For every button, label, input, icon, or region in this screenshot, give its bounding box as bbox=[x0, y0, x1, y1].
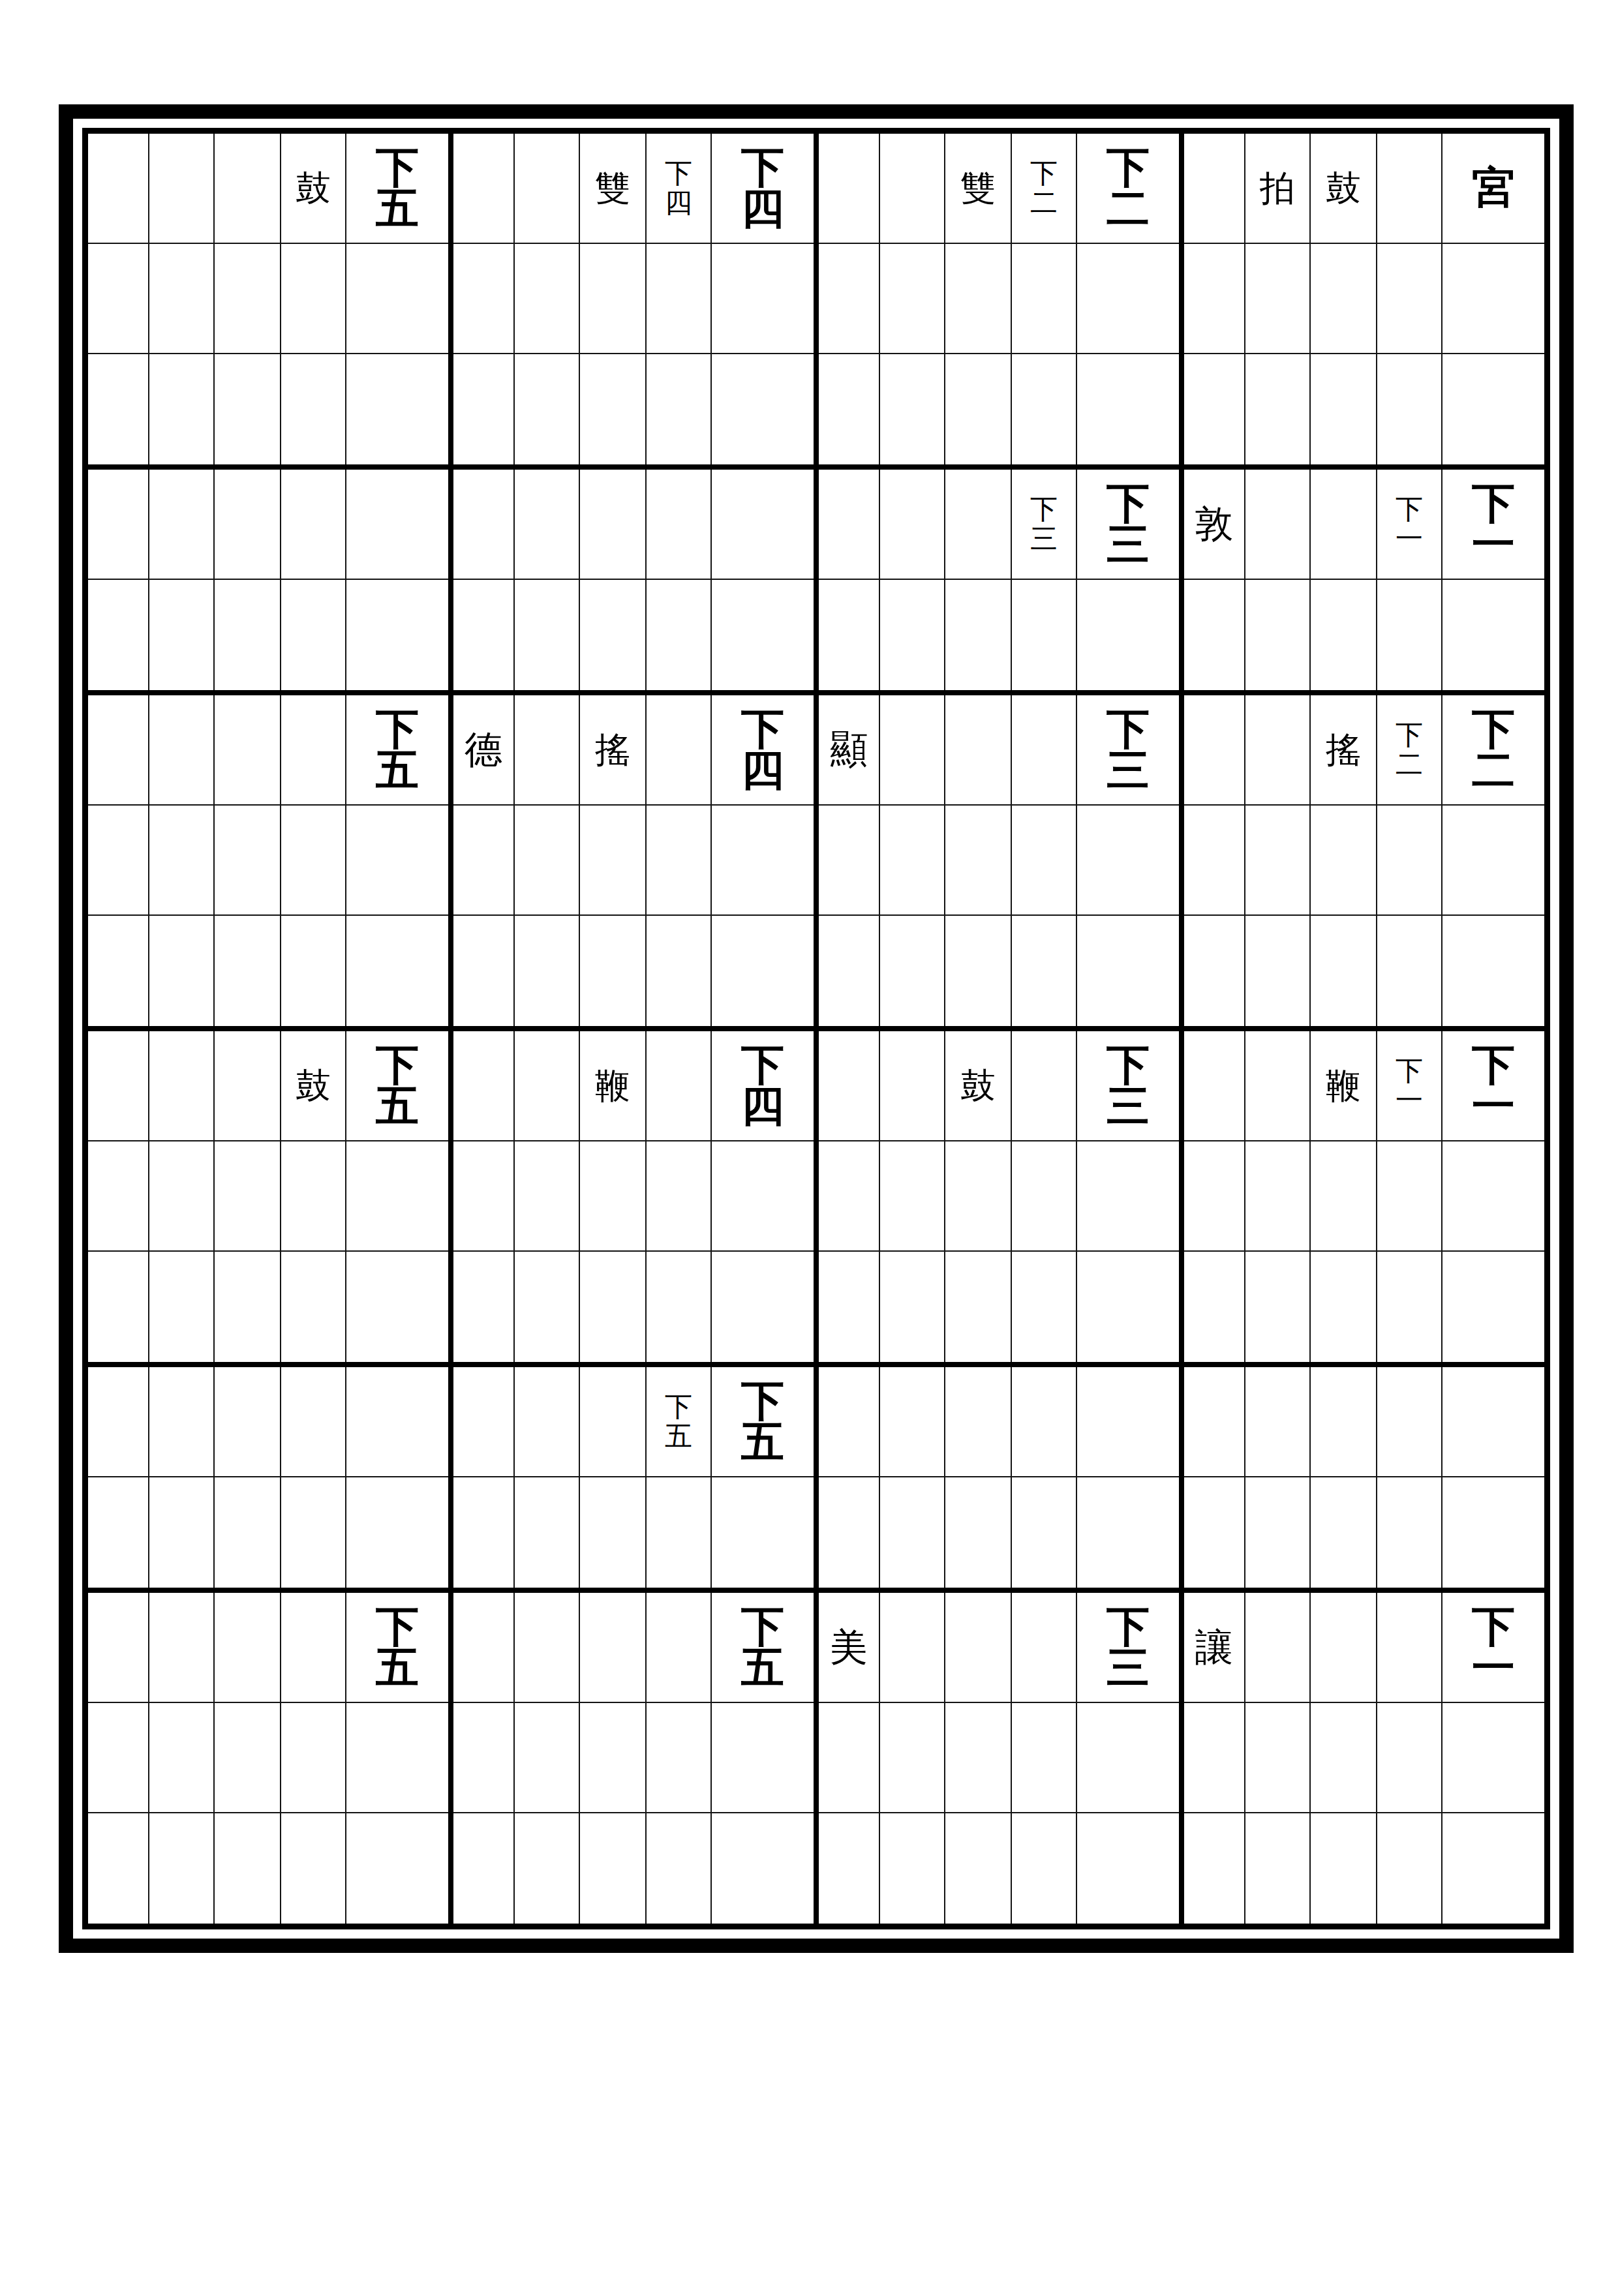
jeonggan-cell bbox=[1377, 916, 1442, 1026]
jeonggan-cell bbox=[1245, 1703, 1311, 1812]
jeonggan-cell bbox=[880, 244, 945, 353]
jeonggan-cell bbox=[281, 1593, 346, 1702]
jeonggan-cell bbox=[1012, 1367, 1077, 1476]
daegang-group-2: 敦下一下一 bbox=[1184, 464, 1544, 690]
lyric-char: 敦 bbox=[1195, 506, 1233, 543]
jeonggan-row-2 bbox=[819, 244, 1179, 354]
jeonggan-cell bbox=[1077, 1252, 1179, 1362]
jeonggan-cell bbox=[515, 470, 580, 579]
jeonggan-cell bbox=[1442, 1367, 1544, 1476]
jeonggan-row-4 bbox=[453, 470, 814, 580]
daegang-group-2 bbox=[88, 464, 448, 690]
daegang-group-3: 搖下二下二 bbox=[1184, 690, 1544, 1026]
jeonggan-row-16 bbox=[819, 1813, 1179, 1924]
jeonggan-cell bbox=[515, 354, 580, 464]
jeonggan-cell bbox=[281, 806, 346, 914]
jeonggan-cell bbox=[1311, 354, 1377, 464]
jeonggan-cell bbox=[1442, 916, 1544, 1026]
jeonggan-cell bbox=[945, 806, 1012, 914]
jeonggan-cell bbox=[1184, 1703, 1245, 1812]
jeonggan-cell bbox=[1245, 580, 1311, 690]
secondary-pitch-glyph: 下三 bbox=[1030, 495, 1058, 552]
main-pitch-glyph: 下五 bbox=[376, 147, 419, 229]
daegang-group-4: 鞭下四 bbox=[453, 1026, 814, 1362]
jeonggan-cell bbox=[88, 1593, 149, 1702]
jeonggan-cell: 下五 bbox=[346, 695, 448, 804]
daegang-group-3: 德搖下四 bbox=[453, 690, 814, 1026]
jeonggan-cell bbox=[88, 916, 149, 1026]
jeonggan-cell: 下五 bbox=[647, 1367, 712, 1476]
jeonggan-row-11 bbox=[819, 1252, 1179, 1362]
jeonggan-row-8 bbox=[453, 916, 814, 1026]
jeonggan-cell: 下一 bbox=[1442, 1593, 1544, 1702]
lyric-char: 美 bbox=[830, 1629, 868, 1667]
score-column-1: 鼓下五下五鼓下五下五 bbox=[88, 134, 448, 1924]
jeonggan-cell bbox=[149, 580, 215, 690]
jeonggan-cell bbox=[880, 470, 945, 579]
jeonggan-cell bbox=[281, 916, 346, 1026]
jeonggan-row-5 bbox=[453, 580, 814, 690]
jeonggan-cell bbox=[1311, 1703, 1377, 1812]
jeonggan-cell bbox=[880, 580, 945, 690]
jeonggan-row-5 bbox=[1184, 580, 1544, 690]
jeonggan-cell bbox=[453, 134, 515, 243]
jeonggan-cell bbox=[346, 470, 448, 579]
jeonggan-cell bbox=[647, 580, 712, 690]
jeonggan-cell bbox=[1311, 916, 1377, 1026]
jeonggan-cell bbox=[215, 695, 281, 804]
jeonggan-cell bbox=[1245, 470, 1311, 579]
jeonggan-cell bbox=[453, 916, 515, 1026]
jeonggan-cell bbox=[945, 1477, 1012, 1588]
jeonggan-cell bbox=[1245, 354, 1311, 464]
jeonggan-cell bbox=[88, 806, 149, 914]
jeonggan-cell bbox=[281, 244, 346, 353]
janggu-stroke-mark: 鼓 bbox=[1326, 171, 1361, 206]
jeonggan-row-6: 顯下三 bbox=[819, 695, 1179, 806]
jeonggan-cell bbox=[215, 1141, 281, 1250]
jeonggan-row-6: 搖下二下二 bbox=[1184, 695, 1544, 806]
secondary-pitch-glyph: 下一 bbox=[1396, 495, 1423, 552]
jeonggan-cell bbox=[1012, 916, 1077, 1026]
jeonggan-cell bbox=[819, 1252, 880, 1362]
jeonggan-cell bbox=[647, 916, 712, 1026]
jeonggan-cell bbox=[453, 470, 515, 579]
jeonggan-cell bbox=[819, 244, 880, 353]
jeonggan-cell bbox=[945, 580, 1012, 690]
jeonggan-cell bbox=[1311, 244, 1377, 353]
jeonggan-cell: 雙 bbox=[945, 134, 1012, 243]
jeonggan-cell bbox=[1311, 1813, 1377, 1924]
jeonggan-cell bbox=[346, 1477, 448, 1588]
jeonggan-cell bbox=[88, 695, 149, 804]
jeonggan-row-14: 下五 bbox=[453, 1593, 814, 1703]
jeonggan-row-7 bbox=[453, 806, 814, 916]
jeonggan-cell: 下五 bbox=[346, 134, 448, 243]
jeonggan-cell: 下三 bbox=[1077, 695, 1179, 804]
jeonggan-cell bbox=[453, 1031, 515, 1140]
jeonggan-cell bbox=[1012, 244, 1077, 353]
jeonggan-row-5 bbox=[88, 580, 448, 690]
jeonggan-cell bbox=[453, 806, 515, 914]
jeonggan-row-16 bbox=[88, 1813, 448, 1924]
jeonggan-cell bbox=[1077, 1703, 1179, 1812]
jeonggan-cell: 讓 bbox=[1184, 1593, 1245, 1702]
score-column-2: 雙下四下四德搖下四鞭下四下五下五下五 bbox=[448, 134, 814, 1924]
janggu-stroke-mark: 鼓 bbox=[296, 1068, 331, 1104]
jeonggan-cell bbox=[1184, 806, 1245, 914]
jeonggan-cell: 下四 bbox=[712, 134, 814, 243]
jeonggan-cell bbox=[945, 916, 1012, 1026]
jeonggan-cell bbox=[281, 470, 346, 579]
jeonggan-row-2 bbox=[453, 244, 814, 354]
jeonggan-cell bbox=[88, 1703, 149, 1812]
jeonggan-cell bbox=[880, 1031, 945, 1140]
jeonggan-row-12: 下五下五 bbox=[453, 1367, 814, 1477]
jeonggan-cell bbox=[346, 1141, 448, 1250]
jeonggan-cell bbox=[1311, 1593, 1377, 1702]
daegang-group-6: 讓下一 bbox=[1184, 1588, 1544, 1924]
jeonggan-cell bbox=[712, 1141, 814, 1250]
jeonggan-cell bbox=[281, 1477, 346, 1588]
jeonggan-cell bbox=[580, 1813, 647, 1924]
jeonggan-cell bbox=[88, 134, 149, 243]
score-page: 鼓下五下五鼓下五下五雙下四下四德搖下四鞭下四下五下五下五雙下二下二下三下三顯下三… bbox=[0, 0, 1618, 2296]
jeonggan-cell bbox=[1311, 580, 1377, 690]
main-pitch-glyph: 下四 bbox=[741, 1045, 784, 1126]
jeonggan-cell bbox=[1311, 1141, 1377, 1250]
jeonggan-cell bbox=[819, 1031, 880, 1140]
jeonggan-cell bbox=[945, 695, 1012, 804]
jeonggan-cell: 下一 bbox=[1377, 1031, 1442, 1140]
jeonggan-cell: 下二 bbox=[1012, 134, 1077, 243]
jeonggan-cell: 下一 bbox=[1442, 1031, 1544, 1140]
jeonggan-cell: 下五 bbox=[712, 1593, 814, 1702]
jeonggan-cell: 下三 bbox=[1012, 470, 1077, 579]
jeonggan-cell bbox=[1245, 1141, 1311, 1250]
jeonggan-cell bbox=[1377, 244, 1442, 353]
jeonggan-cell bbox=[712, 354, 814, 464]
daegang-group-2 bbox=[453, 464, 814, 690]
jeonggan-cell bbox=[819, 354, 880, 464]
jeonggan-cell bbox=[1245, 1813, 1311, 1924]
jeonggan-cell bbox=[281, 1252, 346, 1362]
jeonggan-row-14: 下五 bbox=[88, 1593, 448, 1703]
jeonggan-cell bbox=[1077, 1367, 1179, 1476]
jeonggan-cell bbox=[1245, 1367, 1311, 1476]
jeonggan-cell bbox=[819, 1813, 880, 1924]
main-pitch-glyph: 下二 bbox=[1107, 147, 1150, 229]
jeonggan-cell bbox=[88, 1141, 149, 1250]
jeonggan-cell: 美 bbox=[819, 1593, 880, 1702]
jeonggan-cell bbox=[1077, 806, 1179, 914]
jeonggan-row-9: 鞭下一下一 bbox=[1184, 1031, 1544, 1141]
jeonggan-row-2 bbox=[1184, 244, 1544, 354]
jeonggan-cell bbox=[1184, 1477, 1245, 1588]
jeonggan-cell bbox=[819, 1367, 880, 1476]
jeonggan-cell bbox=[880, 1477, 945, 1588]
jeonggan-cell bbox=[819, 580, 880, 690]
jeonggan-cell bbox=[1442, 1141, 1544, 1250]
daegang-group-4: 鼓下五 bbox=[88, 1026, 448, 1362]
jeonggan-cell bbox=[1245, 244, 1311, 353]
secondary-pitch-glyph: 下四 bbox=[665, 159, 692, 217]
jeonggan-cell bbox=[712, 1252, 814, 1362]
jeonggan-cell bbox=[1012, 1813, 1077, 1924]
jeonggan-cell bbox=[346, 244, 448, 353]
jeonggan-cell bbox=[580, 1477, 647, 1588]
jeonggan-cell bbox=[149, 1252, 215, 1362]
jeonggan-cell bbox=[1184, 695, 1245, 804]
jeonggan-cell: 搖 bbox=[1311, 695, 1377, 804]
daegang-group-5 bbox=[819, 1362, 1179, 1588]
jeonggan-row-9: 鞭下四 bbox=[453, 1031, 814, 1141]
jeonggan-cell bbox=[149, 695, 215, 804]
daegang-group-4: 鼓下三 bbox=[819, 1026, 1179, 1362]
jeonggan-cell bbox=[945, 1813, 1012, 1924]
jeonggan-cell bbox=[346, 354, 448, 464]
main-pitch-glyph: 下三 bbox=[1107, 1045, 1150, 1126]
jeonggan-cell bbox=[515, 134, 580, 243]
jeonggan-cell bbox=[1311, 806, 1377, 914]
jeonggan-cell bbox=[346, 1703, 448, 1812]
jeonggan-cell bbox=[88, 580, 149, 690]
jeonggan-cell bbox=[1184, 354, 1245, 464]
jeonggan-cell bbox=[515, 695, 580, 804]
jeonggan-cell: 鼓 bbox=[281, 134, 346, 243]
daegang-group-2: 下三下三 bbox=[819, 464, 1179, 690]
jeonggan-cell bbox=[819, 1141, 880, 1250]
jeonggan-cell bbox=[580, 1367, 647, 1476]
jeonggan-cell bbox=[1077, 580, 1179, 690]
jeonggan-cell bbox=[149, 1477, 215, 1588]
jeonggan-cell bbox=[647, 470, 712, 579]
jeonggan-cell bbox=[880, 806, 945, 914]
jeonggan-cell bbox=[1077, 1141, 1179, 1250]
jeonggan-cell bbox=[647, 1252, 712, 1362]
jeonggan-cell bbox=[1377, 806, 1442, 914]
jeonggan-cell bbox=[1311, 1477, 1377, 1588]
jeonggan-cell: 敦 bbox=[1184, 470, 1245, 579]
jeonggan-row-10 bbox=[453, 1141, 814, 1252]
jeonggan-row-15 bbox=[819, 1703, 1179, 1813]
jeonggan-cell bbox=[215, 1252, 281, 1362]
jeonggan-row-12 bbox=[88, 1367, 448, 1477]
lyric-char: 讓 bbox=[1195, 1629, 1233, 1667]
jeonggan-row-13 bbox=[453, 1477, 814, 1588]
jeonggan-cell bbox=[149, 470, 215, 579]
jeonggan-cell bbox=[149, 1813, 215, 1924]
jeonggan-cell bbox=[880, 354, 945, 464]
jeonggan-row-3 bbox=[88, 354, 448, 464]
jeonggan-cell bbox=[281, 580, 346, 690]
jeonggan-cell bbox=[580, 1252, 647, 1362]
jeonggan-cell bbox=[945, 1141, 1012, 1250]
jeonggan-cell: 下五 bbox=[712, 1367, 814, 1476]
jeonggan-row-16 bbox=[1184, 1813, 1544, 1924]
jeonggan-cell bbox=[1377, 134, 1442, 243]
jeonggan-cell bbox=[945, 1593, 1012, 1702]
jeonggan-row-2 bbox=[88, 244, 448, 354]
jeonggan-row-7 bbox=[819, 806, 1179, 916]
jeonggan-cell bbox=[580, 470, 647, 579]
jeonggan-cell bbox=[346, 916, 448, 1026]
jeonggan-cell bbox=[880, 134, 945, 243]
janggu-stroke-mark: 鼓 bbox=[296, 171, 331, 206]
main-pitch-glyph: 下五 bbox=[741, 1381, 784, 1462]
jeonggan-cell bbox=[1377, 1141, 1442, 1250]
jeonggan-cell bbox=[1184, 580, 1245, 690]
jeonggan-row-6: 下五 bbox=[88, 695, 448, 806]
jeonggan-cell: 拍 bbox=[1245, 134, 1311, 243]
jeonggan-cell bbox=[281, 1141, 346, 1250]
jeonggan-cell bbox=[88, 470, 149, 579]
daegang-group-4: 鞭下一下一 bbox=[1184, 1026, 1544, 1362]
jeonggan-row-10 bbox=[819, 1141, 1179, 1252]
jeonggan-row-11 bbox=[453, 1252, 814, 1362]
jeonggan-row-12 bbox=[1184, 1367, 1544, 1477]
jeonggan-row-8 bbox=[1184, 916, 1544, 1026]
jeonggan-cell bbox=[1184, 1031, 1245, 1140]
jeonggan-row-8 bbox=[819, 916, 1179, 1026]
jeonggan-cell bbox=[88, 1252, 149, 1362]
main-pitch-glyph: 下一 bbox=[1472, 483, 1515, 565]
jeonggan-cell bbox=[1077, 916, 1179, 1026]
jeonggan-cell bbox=[1377, 1477, 1442, 1588]
jeonggan-cell bbox=[880, 1593, 945, 1702]
jeonggan-cell bbox=[1012, 1141, 1077, 1250]
jeonggan-cell bbox=[215, 354, 281, 464]
jeonggan-cell bbox=[819, 916, 880, 1026]
jeonggan-row-15 bbox=[453, 1703, 814, 1813]
secondary-pitch-glyph: 下二 bbox=[1396, 721, 1423, 778]
jeonggan-cell bbox=[1442, 1252, 1544, 1362]
jeonggan-row-4: 下三下三 bbox=[819, 470, 1179, 580]
jeonggan-cell bbox=[149, 806, 215, 914]
jeonggan-cell bbox=[215, 1477, 281, 1588]
main-pitch-glyph: 下二 bbox=[1472, 709, 1515, 791]
jeonggan-cell bbox=[346, 1252, 448, 1362]
jeonggan-cell bbox=[880, 1703, 945, 1812]
jeonggan-cell bbox=[712, 1703, 814, 1812]
jeonggan-cell bbox=[880, 695, 945, 804]
jeonggan-row-11 bbox=[88, 1252, 448, 1362]
jeonggan-cell bbox=[1245, 1252, 1311, 1362]
jeonggan-cell bbox=[1184, 134, 1245, 243]
jeonggan-cell bbox=[880, 1367, 945, 1476]
jeonggan-cell bbox=[515, 806, 580, 914]
jeonggan-cell bbox=[453, 1252, 515, 1362]
daegang-group-1: 鼓下五 bbox=[88, 134, 448, 464]
jeonggan-cell bbox=[712, 1813, 814, 1924]
jeongganbo-board: 鼓下五下五鼓下五下五雙下四下四德搖下四鞭下四下五下五下五雙下二下二下三下三顯下三… bbox=[82, 128, 1550, 1929]
jeonggan-cell bbox=[1442, 354, 1544, 464]
jeonggan-cell bbox=[453, 354, 515, 464]
jeonggan-cell bbox=[346, 1813, 448, 1924]
jeonggan-cell bbox=[1442, 244, 1544, 353]
janggu-stroke-mark: 鞭 bbox=[595, 1068, 630, 1104]
jeonggan-cell bbox=[149, 354, 215, 464]
main-pitch-glyph: 下四 bbox=[741, 147, 784, 229]
daegang-group-5: 下五下五 bbox=[453, 1362, 814, 1588]
jeonggan-cell bbox=[647, 1477, 712, 1588]
jeonggan-cell: 雙 bbox=[580, 134, 647, 243]
jeonggan-cell bbox=[515, 244, 580, 353]
janggu-stroke-mark: 雙 bbox=[960, 171, 996, 206]
jeonggan-cell bbox=[647, 1593, 712, 1702]
jeonggan-row-4 bbox=[88, 470, 448, 580]
jeonggan-cell bbox=[1077, 354, 1179, 464]
lyric-char: 德 bbox=[465, 731, 502, 769]
secondary-pitch-glyph: 下五 bbox=[665, 1393, 692, 1450]
jeonggan-cell bbox=[215, 916, 281, 1026]
jeonggan-cell bbox=[149, 1031, 215, 1140]
jeonggan-cell bbox=[515, 1477, 580, 1588]
jeonggan-cell bbox=[1012, 695, 1077, 804]
jeonggan-cell: 宮 bbox=[1442, 134, 1544, 243]
jeonggan-row-4: 敦下一下一 bbox=[1184, 470, 1544, 580]
jeonggan-cell bbox=[1377, 1593, 1442, 1702]
daegang-group-6: 美下三 bbox=[819, 1588, 1179, 1924]
jeonggan-cell bbox=[88, 1367, 149, 1476]
main-pitch-glyph: 下一 bbox=[1472, 1045, 1515, 1126]
jeonggan-cell bbox=[215, 470, 281, 579]
score-column-4: 拍鼓宮敦下一下一搖下二下二鞭下一下一讓下一 bbox=[1179, 134, 1544, 1924]
janggu-stroke-mark: 雙 bbox=[595, 171, 630, 206]
jeonggan-row-7 bbox=[1184, 806, 1544, 916]
jeonggan-cell: 搖 bbox=[580, 695, 647, 804]
jeonggan-cell bbox=[647, 806, 712, 914]
jeonggan-cell bbox=[945, 244, 1012, 353]
jeonggan-row-13 bbox=[1184, 1477, 1544, 1588]
jeonggan-cell bbox=[453, 244, 515, 353]
jeonggan-cell: 下四 bbox=[647, 134, 712, 243]
jeonggan-cell: 下五 bbox=[346, 1593, 448, 1702]
jeonggan-cell bbox=[1245, 806, 1311, 914]
jeonggan-cell bbox=[1012, 1703, 1077, 1812]
main-pitch-glyph: 下四 bbox=[741, 709, 784, 791]
jeonggan-cell: 鼓 bbox=[281, 1031, 346, 1140]
jeonggan-cell bbox=[1442, 1813, 1544, 1924]
jeonggan-cell: 下一 bbox=[1377, 470, 1442, 579]
jeonggan-cell bbox=[346, 580, 448, 690]
jeonggan-cell bbox=[1442, 1703, 1544, 1812]
jeonggan-row-10 bbox=[1184, 1141, 1544, 1252]
main-pitch-glyph: 下五 bbox=[376, 709, 419, 791]
score-column-3: 雙下二下二下三下三顯下三鼓下三美下三 bbox=[814, 134, 1179, 1924]
jeonggan-cell bbox=[1077, 244, 1179, 353]
jeonggan-cell bbox=[1442, 1477, 1544, 1588]
daegang-group-6: 下五 bbox=[88, 1588, 448, 1924]
jeonggan-cell bbox=[215, 1367, 281, 1476]
main-pitch-glyph: 宮 bbox=[1472, 168, 1515, 209]
jeonggan-cell bbox=[346, 1367, 448, 1476]
main-pitch-glyph: 下一 bbox=[1472, 1607, 1515, 1688]
jeonggan-row-13 bbox=[819, 1477, 1179, 1588]
jeonggan-cell bbox=[453, 1593, 515, 1702]
jeonggan-cell bbox=[580, 1593, 647, 1702]
jeonggan-cell bbox=[515, 1367, 580, 1476]
jeonggan-cell bbox=[880, 1813, 945, 1924]
jeonggan-cell: 鞭 bbox=[580, 1031, 647, 1140]
jeonggan-cell bbox=[1377, 1367, 1442, 1476]
jeonggan-cell bbox=[712, 806, 814, 914]
main-pitch-glyph: 下五 bbox=[376, 1045, 419, 1126]
jeonggan-cell bbox=[1311, 1252, 1377, 1362]
jeonggan-cell: 下二 bbox=[1442, 695, 1544, 804]
jeonggan-cell bbox=[88, 1813, 149, 1924]
jeonggan-cell bbox=[1442, 806, 1544, 914]
